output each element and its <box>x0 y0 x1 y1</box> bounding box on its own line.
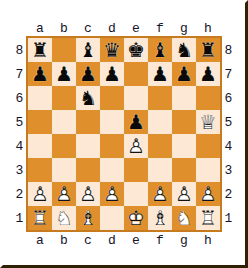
piece-black-pawn: ♟ <box>148 62 172 86</box>
square-e6[interactable] <box>124 86 148 110</box>
piece-white-knight: ♞ <box>52 206 76 230</box>
square-c7[interactable]: ♟ <box>76 62 100 86</box>
file-label-c: c <box>76 234 100 247</box>
chess-board: ♜♝♛♚♝♞♜♟♟♟♟♟♟♟♞♟♛♕♟♙♟♙♟♙♟♙♟♙♟♙♟♙♟♙♜♖♞♘♝♗… <box>26 36 222 232</box>
piece-white-pawn-outline: ♙ <box>28 182 52 206</box>
piece-white-pawn: ♟ <box>76 182 100 206</box>
square-c4[interactable] <box>76 134 100 158</box>
square-g3[interactable] <box>172 158 196 182</box>
piece-white-knight-outline: ♘ <box>52 206 76 230</box>
square-h6[interactable] <box>196 86 220 110</box>
square-a7[interactable]: ♟ <box>28 62 52 86</box>
square-g8[interactable]: ♞ <box>172 38 196 62</box>
piece-white-pawn-outline: ♙ <box>76 182 100 206</box>
file-label-g: g <box>172 22 196 35</box>
piece-black-rook: ♜ <box>196 38 220 62</box>
piece-black-pawn: ♟ <box>196 62 220 86</box>
square-d8[interactable]: ♛ <box>100 38 124 62</box>
square-b6[interactable] <box>52 86 76 110</box>
rank-label-6: 6 <box>13 92 26 105</box>
square-c2[interactable]: ♟♙ <box>76 182 100 206</box>
square-c5[interactable] <box>76 110 100 134</box>
square-c8[interactable]: ♝ <box>76 38 100 62</box>
square-e8[interactable]: ♚ <box>124 38 148 62</box>
square-a3[interactable] <box>28 158 52 182</box>
piece-black-rook: ♜ <box>28 38 52 62</box>
board-layout: abcdefgh 87654321 ♜♝♛♚♝♞♜♟♟♟♟♟♟♟♞♟♛♕♟♙♟♙… <box>0 0 248 268</box>
square-e2[interactable] <box>124 182 148 206</box>
file-label-d: d <box>100 234 124 247</box>
piece-white-bishop-outline: ♗ <box>148 206 172 230</box>
square-g2[interactable]: ♟♙ <box>172 182 196 206</box>
square-h1[interactable]: ♜♖ <box>196 206 220 230</box>
rank-label-3: 3 <box>222 164 235 177</box>
piece-black-knight: ♞ <box>76 86 100 110</box>
square-f6[interactable] <box>148 86 172 110</box>
file-label-d: d <box>100 22 124 35</box>
rank-label-1: 1 <box>222 212 235 225</box>
rank-label-4: 4 <box>13 140 26 153</box>
piece-black-pawn: ♟ <box>28 62 52 86</box>
square-f1[interactable]: ♝♗ <box>148 206 172 230</box>
piece-white-pawn-outline: ♙ <box>196 182 220 206</box>
square-g5[interactable] <box>172 110 196 134</box>
file-label-e: e <box>124 234 148 247</box>
piece-black-pawn: ♟ <box>172 62 196 86</box>
piece-white-pawn: ♟ <box>148 182 172 206</box>
square-g1[interactable]: ♞♘ <box>172 206 196 230</box>
file-label-c: c <box>76 22 100 35</box>
square-e7[interactable] <box>124 62 148 86</box>
rank-labels-left: 87654321 <box>13 36 26 232</box>
piece-black-bishop: ♝ <box>148 38 172 62</box>
piece-black-bishop: ♝ <box>76 38 100 62</box>
piece-white-king: ♚ <box>124 206 148 230</box>
file-label-f: f <box>148 234 172 247</box>
piece-white-bishop-outline: ♗ <box>76 206 100 230</box>
piece-black-pawn: ♟ <box>52 62 76 86</box>
square-a1[interactable]: ♜♖ <box>28 206 52 230</box>
file-label-f: f <box>148 22 172 35</box>
file-label-h: h <box>196 22 220 35</box>
square-a5[interactable] <box>28 110 52 134</box>
square-c6[interactable]: ♞ <box>76 86 100 110</box>
square-f2[interactable]: ♟♙ <box>148 182 172 206</box>
rank-label-3: 3 <box>13 164 26 177</box>
square-e1[interactable]: ♚♔ <box>124 206 148 230</box>
square-a8[interactable]: ♜ <box>28 38 52 62</box>
square-g6[interactable] <box>172 86 196 110</box>
square-a4[interactable] <box>28 134 52 158</box>
square-g7[interactable]: ♟ <box>172 62 196 86</box>
rank-label-2: 2 <box>222 188 235 201</box>
file-label-b: b <box>52 22 76 35</box>
piece-white-queen-outline: ♕ <box>196 110 220 134</box>
square-d7[interactable]: ♟ <box>100 62 124 86</box>
square-d4[interactable] <box>100 134 124 158</box>
square-c3[interactable] <box>76 158 100 182</box>
square-d6[interactable] <box>100 86 124 110</box>
square-f4[interactable] <box>148 134 172 158</box>
square-b3[interactable] <box>52 158 76 182</box>
square-b7[interactable]: ♟ <box>52 62 76 86</box>
piece-black-pawn: ♟ <box>76 62 100 86</box>
piece-white-rook: ♜ <box>196 206 220 230</box>
piece-black-king: ♚ <box>124 38 148 62</box>
square-e4[interactable]: ♟♙ <box>124 134 148 158</box>
file-labels-top: abcdefgh <box>26 19 222 36</box>
chess-diagram: abcdefgh 87654321 ♜♝♛♚♝♞♜♟♟♟♟♟♟♟♞♟♛♕♟♙♟♙… <box>0 0 248 268</box>
piece-white-pawn: ♟ <box>100 182 124 206</box>
piece-white-rook-outline: ♖ <box>196 206 220 230</box>
rank-label-8: 8 <box>13 44 26 57</box>
square-a2[interactable]: ♟♙ <box>28 182 52 206</box>
rank-label-2: 2 <box>13 188 26 201</box>
piece-black-pawn: ♟ <box>124 110 148 134</box>
square-f3[interactable] <box>148 158 172 182</box>
square-h7[interactable]: ♟ <box>196 62 220 86</box>
piece-white-rook-outline: ♖ <box>28 206 52 230</box>
square-e3[interactable] <box>124 158 148 182</box>
piece-white-king-outline: ♔ <box>124 206 148 230</box>
square-d3[interactable] <box>100 158 124 182</box>
piece-black-queen: ♛ <box>100 38 124 62</box>
rank-label-6: 6 <box>222 92 235 105</box>
square-h4[interactable] <box>196 134 220 158</box>
rank-label-5: 5 <box>13 116 26 129</box>
square-f5[interactable] <box>148 110 172 134</box>
square-c1[interactable]: ♝♗ <box>76 206 100 230</box>
square-d5[interactable] <box>100 110 124 134</box>
square-g4[interactable] <box>172 134 196 158</box>
square-b2[interactable]: ♟♙ <box>52 182 76 206</box>
piece-white-pawn: ♟ <box>196 182 220 206</box>
piece-white-pawn: ♟ <box>124 134 148 158</box>
square-d2[interactable]: ♟♙ <box>100 182 124 206</box>
rank-label-5: 5 <box>222 116 235 129</box>
piece-white-pawn-outline: ♙ <box>100 182 124 206</box>
square-h2[interactable]: ♟♙ <box>196 182 220 206</box>
piece-white-pawn: ♟ <box>52 182 76 206</box>
file-labels-bottom: abcdefgh <box>26 232 222 249</box>
file-label-a: a <box>28 234 52 247</box>
square-h8[interactable]: ♜ <box>196 38 220 62</box>
piece-white-bishop: ♝ <box>148 206 172 230</box>
square-a6[interactable] <box>28 86 52 110</box>
piece-white-bishop: ♝ <box>76 206 100 230</box>
piece-white-pawn-outline: ♙ <box>52 182 76 206</box>
rank-label-7: 7 <box>13 68 26 81</box>
piece-white-knight: ♞ <box>172 206 196 230</box>
piece-white-pawn: ♟ <box>28 182 52 206</box>
file-label-h: h <box>196 234 220 247</box>
square-h5[interactable]: ♛♕ <box>196 110 220 134</box>
rank-label-8: 8 <box>222 44 235 57</box>
square-b5[interactable] <box>52 110 76 134</box>
square-b8[interactable] <box>52 38 76 62</box>
file-label-b: b <box>52 234 76 247</box>
square-e5[interactable]: ♟ <box>124 110 148 134</box>
square-b4[interactable] <box>52 134 76 158</box>
piece-black-knight: ♞ <box>172 38 196 62</box>
square-h3[interactable] <box>196 158 220 182</box>
square-f8[interactable]: ♝ <box>148 38 172 62</box>
rank-label-7: 7 <box>222 68 235 81</box>
piece-white-pawn-outline: ♙ <box>124 134 148 158</box>
piece-black-pawn: ♟ <box>100 62 124 86</box>
piece-white-pawn-outline: ♙ <box>148 182 172 206</box>
file-label-g: g <box>172 234 196 247</box>
file-label-a: a <box>28 22 52 35</box>
file-label-e: e <box>124 22 148 35</box>
rank-label-4: 4 <box>222 140 235 153</box>
rank-label-1: 1 <box>13 212 26 225</box>
piece-white-knight-outline: ♘ <box>172 206 196 230</box>
piece-white-queen: ♛ <box>196 110 220 134</box>
square-f7[interactable]: ♟ <box>148 62 172 86</box>
rank-labels-right: 87654321 <box>222 36 235 232</box>
piece-white-pawn-outline: ♙ <box>172 182 196 206</box>
piece-white-rook: ♜ <box>28 206 52 230</box>
square-b1[interactable]: ♞♘ <box>52 206 76 230</box>
square-d1[interactable] <box>100 206 124 230</box>
piece-white-pawn: ♟ <box>172 182 196 206</box>
